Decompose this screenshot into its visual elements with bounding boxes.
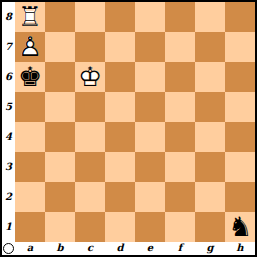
- square-b4[interactable]: [45, 122, 75, 152]
- square-c3[interactable]: [75, 152, 105, 182]
- square-c7[interactable]: [75, 32, 105, 62]
- square-g5[interactable]: [195, 92, 225, 122]
- square-a8[interactable]: ♜♖: [15, 2, 45, 32]
- square-f2[interactable]: [165, 182, 195, 212]
- file-label-d: d: [105, 242, 135, 255]
- rank-label-4: 4: [2, 122, 15, 152]
- file-labels: abcdefgh: [15, 242, 255, 255]
- square-e3[interactable]: [135, 152, 165, 182]
- square-b5[interactable]: [45, 92, 75, 122]
- square-a1[interactable]: [15, 212, 45, 242]
- file-label-e: e: [135, 242, 165, 255]
- rank-labels: 87654321: [2, 2, 15, 242]
- file-label-b: b: [45, 242, 75, 255]
- square-g3[interactable]: [195, 152, 225, 182]
- square-e6[interactable]: [135, 62, 165, 92]
- square-g7[interactable]: [195, 32, 225, 62]
- white-king-icon: ♔: [75, 62, 105, 92]
- square-f7[interactable]: [165, 32, 195, 62]
- square-b3[interactable]: [45, 152, 75, 182]
- file-label-h: h: [225, 242, 255, 255]
- square-a7[interactable]: ♟♙: [15, 32, 45, 62]
- square-d7[interactable]: [105, 32, 135, 62]
- square-c5[interactable]: [75, 92, 105, 122]
- square-f8[interactable]: [165, 2, 195, 32]
- square-c2[interactable]: [75, 182, 105, 212]
- square-e5[interactable]: [135, 92, 165, 122]
- square-b2[interactable]: [45, 182, 75, 212]
- rank-label-8: 8: [2, 2, 15, 32]
- white-rook-piece: ♜♖: [15, 2, 45, 32]
- chess-diagram: 87654321 ♜♖♟♙♚♚♔♞ abcdefgh: [0, 0, 257, 257]
- square-g2[interactable]: [195, 182, 225, 212]
- white-pawn-icon: ♙: [15, 32, 45, 62]
- square-d2[interactable]: [105, 182, 135, 212]
- square-d1[interactable]: [105, 212, 135, 242]
- square-d6[interactable]: [105, 62, 135, 92]
- rank-label-3: 3: [2, 152, 15, 182]
- square-h4[interactable]: [225, 122, 255, 152]
- square-f4[interactable]: [165, 122, 195, 152]
- square-g6[interactable]: [195, 62, 225, 92]
- square-e2[interactable]: [135, 182, 165, 212]
- square-a2[interactable]: [15, 182, 45, 212]
- square-c8[interactable]: [75, 2, 105, 32]
- square-e1[interactable]: [135, 212, 165, 242]
- square-h3[interactable]: [225, 152, 255, 182]
- chess-board: ♜♖♟♙♚♚♔♞: [15, 2, 255, 242]
- square-b7[interactable]: [45, 32, 75, 62]
- white-rook-icon: ♖: [15, 2, 45, 32]
- square-e8[interactable]: [135, 2, 165, 32]
- square-a4[interactable]: [15, 122, 45, 152]
- square-h2[interactable]: [225, 182, 255, 212]
- rank-label-5: 5: [2, 92, 15, 122]
- square-b8[interactable]: [45, 2, 75, 32]
- rank-label-7: 7: [2, 32, 15, 62]
- black-knight-piece: ♞: [225, 212, 255, 242]
- square-g8[interactable]: [195, 2, 225, 32]
- square-a3[interactable]: [15, 152, 45, 182]
- rank-label-2: 2: [2, 182, 15, 212]
- square-h7[interactable]: [225, 32, 255, 62]
- file-label-c: c: [75, 242, 105, 255]
- square-h8[interactable]: [225, 2, 255, 32]
- rank-label-1: 1: [2, 212, 15, 242]
- square-a5[interactable]: [15, 92, 45, 122]
- square-h1[interactable]: ♞: [225, 212, 255, 242]
- square-f3[interactable]: [165, 152, 195, 182]
- square-c1[interactable]: [75, 212, 105, 242]
- square-a6[interactable]: ♚: [15, 62, 45, 92]
- square-h6[interactable]: [225, 62, 255, 92]
- square-f6[interactable]: [165, 62, 195, 92]
- white-to-move-icon: [3, 243, 14, 254]
- square-b6[interactable]: [45, 62, 75, 92]
- white-king-piece: ♚♔: [75, 62, 105, 92]
- square-b1[interactable]: [45, 212, 75, 242]
- square-h5[interactable]: [225, 92, 255, 122]
- square-c4[interactable]: [75, 122, 105, 152]
- square-f1[interactable]: [165, 212, 195, 242]
- black-knight-icon: ♞: [225, 212, 255, 242]
- square-c6[interactable]: ♚♔: [75, 62, 105, 92]
- black-king-piece: ♚: [15, 62, 45, 92]
- square-d8[interactable]: [105, 2, 135, 32]
- square-g1[interactable]: [195, 212, 225, 242]
- square-f5[interactable]: [165, 92, 195, 122]
- square-d3[interactable]: [105, 152, 135, 182]
- square-d5[interactable]: [105, 92, 135, 122]
- square-d4[interactable]: [105, 122, 135, 152]
- square-e7[interactable]: [135, 32, 165, 62]
- to-move-indicator: [2, 242, 15, 255]
- file-label-f: f: [165, 242, 195, 255]
- square-e4[interactable]: [135, 122, 165, 152]
- white-pawn-piece: ♟♙: [15, 32, 45, 62]
- file-label-g: g: [195, 242, 225, 255]
- black-king-icon: ♚: [15, 62, 45, 92]
- square-g4[interactable]: [195, 122, 225, 152]
- rank-label-6: 6: [2, 62, 15, 92]
- file-label-a: a: [15, 242, 45, 255]
